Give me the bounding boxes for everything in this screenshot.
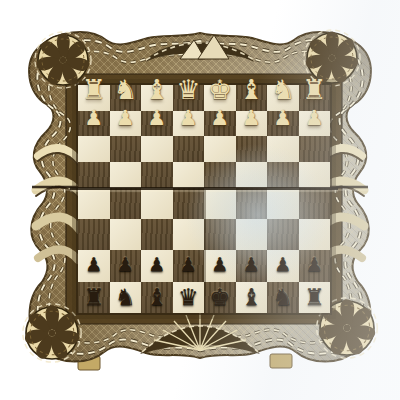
board-square[interactable]: ♟	[299, 250, 331, 281]
board-square[interactable]: ♟	[110, 250, 142, 281]
white-pawn[interactable]: ♟	[273, 108, 292, 129]
board-square[interactable]	[299, 136, 331, 162]
board-square[interactable]	[299, 219, 331, 250]
board-square[interactable]: ♟	[173, 111, 205, 137]
board-square[interactable]	[110, 136, 142, 162]
white-pawn[interactable]: ♟	[116, 108, 135, 129]
white-knight[interactable]: ♞	[271, 76, 295, 103]
board-square[interactable]	[236, 219, 268, 250]
board-square[interactable]: ♟	[204, 111, 236, 137]
board-square[interactable]: ♚	[204, 282, 236, 313]
board-square[interactable]: ♟	[141, 250, 173, 281]
black-pawn[interactable]: ♟	[117, 255, 134, 274]
white-knight[interactable]: ♞	[113, 76, 137, 103]
board-square[interactable]: ♟	[204, 250, 236, 281]
board-square[interactable]	[141, 219, 173, 250]
black-rook[interactable]: ♜	[304, 286, 325, 309]
rosette-bottom-left-icon	[23, 303, 82, 362]
board-square[interactable]: ♟	[236, 250, 268, 281]
board-square[interactable]	[299, 188, 331, 219]
board-square[interactable]	[173, 219, 205, 250]
board-square[interactable]: ♟	[267, 111, 299, 137]
black-pawn[interactable]: ♟	[243, 255, 260, 274]
board-square[interactable]: ♟	[141, 111, 173, 137]
board-square[interactable]	[173, 188, 205, 219]
black-pawn[interactable]: ♟	[85, 255, 102, 274]
black-knight[interactable]: ♞	[115, 286, 136, 309]
black-bishop[interactable]: ♝	[241, 286, 262, 309]
board-square[interactable]: ♞	[110, 282, 142, 313]
black-knight[interactable]: ♞	[272, 286, 293, 309]
white-pawn[interactable]: ♟	[179, 108, 198, 129]
board-square[interactable]	[267, 188, 299, 219]
board-square[interactable]: ♟	[78, 111, 110, 137]
black-pawn[interactable]: ♟	[306, 255, 323, 274]
board-square[interactable]: ♟	[110, 111, 142, 137]
board-square[interactable]	[267, 136, 299, 162]
board-square[interactable]: ♟	[299, 111, 331, 137]
board-square[interactable]	[110, 162, 142, 188]
board-square[interactable]	[173, 136, 205, 162]
board-square[interactable]	[204, 188, 236, 219]
board-square[interactable]	[299, 162, 331, 188]
board-square[interactable]: ♜	[78, 282, 110, 313]
board-square[interactable]	[173, 162, 205, 188]
board-square[interactable]: ♟	[78, 250, 110, 281]
chess-board[interactable]: ♜♞♝♛♚♝♞♜♟♟♟♟♟♟♟♟♟♟♟♟♟♟♟♟♜♞♝♛♚♝♞♜	[78, 85, 330, 313]
board-square[interactable]	[110, 188, 142, 219]
board-square[interactable]: ♝	[236, 282, 268, 313]
board-square[interactable]	[78, 219, 110, 250]
black-pawn[interactable]: ♟	[148, 255, 165, 274]
black-bishop[interactable]: ♝	[146, 286, 167, 309]
board-square[interactable]: ♞	[267, 282, 299, 313]
black-king[interactable]: ♚	[209, 286, 230, 309]
board-square[interactable]	[236, 162, 268, 188]
white-pawn[interactable]: ♟	[242, 108, 261, 129]
black-pawn[interactable]: ♟	[180, 255, 197, 274]
black-pawn[interactable]: ♟	[211, 255, 228, 274]
board-square[interactable]	[204, 162, 236, 188]
board-square[interactable]: ♟	[236, 111, 268, 137]
white-rook[interactable]: ♜	[302, 76, 326, 103]
board-square[interactable]	[78, 136, 110, 162]
white-pawn[interactable]: ♟	[84, 108, 103, 129]
white-pawn[interactable]: ♟	[210, 108, 229, 129]
board-square[interactable]	[141, 162, 173, 188]
board-square[interactable]	[204, 136, 236, 162]
board-square[interactable]	[141, 136, 173, 162]
board-square[interactable]	[141, 188, 173, 219]
chess-case-photo: ♜♞♝♛♚♝♞♜♟♟♟♟♟♟♟♟♟♟♟♟♟♟♟♟♜♞♝♛♚♝♞♜	[0, 0, 400, 400]
white-bishop[interactable]: ♝	[145, 76, 169, 103]
board-square[interactable]: ♟	[267, 250, 299, 281]
board-square[interactable]	[267, 162, 299, 188]
board-square[interactable]: ♝	[141, 282, 173, 313]
board-square[interactable]: ♛	[173, 282, 205, 313]
white-bishop[interactable]: ♝	[239, 76, 263, 103]
black-rook[interactable]: ♜	[83, 286, 104, 309]
black-queen[interactable]: ♛	[178, 286, 199, 309]
board-square[interactable]	[78, 162, 110, 188]
board-square[interactable]: ♟	[173, 250, 205, 281]
white-king[interactable]: ♚	[208, 76, 232, 103]
white-queen[interactable]: ♛	[176, 76, 200, 103]
board-square[interactable]: ♜	[299, 282, 331, 313]
board-square[interactable]	[110, 219, 142, 250]
black-pawn[interactable]: ♟	[274, 255, 291, 274]
white-pawn[interactable]: ♟	[147, 108, 166, 129]
white-rook[interactable]: ♜	[82, 76, 106, 103]
board-square[interactable]	[204, 219, 236, 250]
hinge-right	[270, 354, 292, 368]
white-pawn[interactable]: ♟	[305, 108, 324, 129]
board-square[interactable]	[236, 188, 268, 219]
board-square[interactable]	[236, 136, 268, 162]
board-square[interactable]	[267, 219, 299, 250]
board-square[interactable]	[78, 188, 110, 219]
